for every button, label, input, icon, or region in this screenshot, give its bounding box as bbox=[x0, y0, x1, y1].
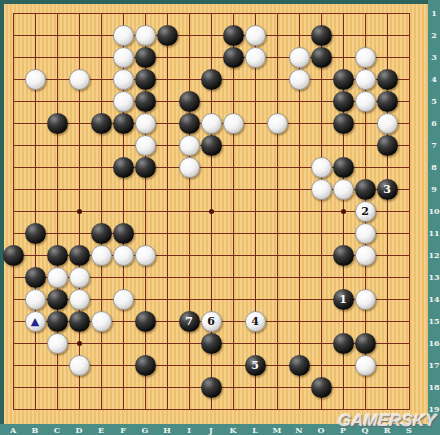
column-label-L: L bbox=[249, 425, 261, 435]
column-label-E: E bbox=[95, 425, 107, 435]
row-label-14: 14 bbox=[428, 294, 440, 304]
column-label-J: J bbox=[205, 425, 217, 435]
stone-D4 bbox=[69, 69, 90, 90]
stone-F11 bbox=[113, 223, 134, 244]
stone-A12 bbox=[3, 245, 24, 266]
stone-C15 bbox=[47, 311, 68, 332]
stone-Q9 bbox=[355, 179, 376, 200]
stone-J4 bbox=[201, 69, 222, 90]
stone-G2 bbox=[135, 25, 156, 46]
stone-L2 bbox=[245, 25, 266, 46]
triangle-marker: ▲ bbox=[31, 311, 39, 332]
stone-J18 bbox=[201, 377, 222, 398]
row-label-13: 13 bbox=[428, 272, 440, 282]
row-label-4: 4 bbox=[428, 74, 440, 84]
stone-J7 bbox=[201, 135, 222, 156]
column-label-M: M bbox=[271, 425, 283, 435]
stone-P14: 1 bbox=[333, 289, 354, 310]
stone-C13 bbox=[47, 267, 68, 288]
stone-P16 bbox=[333, 333, 354, 354]
row-label-8: 8 bbox=[428, 162, 440, 172]
column-label-D: D bbox=[73, 425, 85, 435]
row-label-15: 15 bbox=[428, 316, 440, 326]
stone-Q17 bbox=[355, 355, 376, 376]
go-board[interactable]: 321▲7645 bbox=[0, 0, 428, 424]
stone-E12 bbox=[91, 245, 112, 266]
stone-G5 bbox=[135, 91, 156, 112]
stone-G15 bbox=[135, 311, 156, 332]
stone-F14 bbox=[113, 289, 134, 310]
stone-O8 bbox=[311, 157, 332, 178]
row-label-2: 2 bbox=[428, 30, 440, 40]
stone-F12 bbox=[113, 245, 134, 266]
stone-N4 bbox=[289, 69, 310, 90]
star-point-D10 bbox=[77, 209, 82, 214]
star-point-J10 bbox=[209, 209, 214, 214]
stone-R4 bbox=[377, 69, 398, 90]
row-label-18: 18 bbox=[428, 382, 440, 392]
column-label-B: B bbox=[29, 425, 41, 435]
stone-G4 bbox=[135, 69, 156, 90]
column-label-Q: Q bbox=[359, 425, 371, 435]
row-label-12: 12 bbox=[428, 250, 440, 260]
stone-I8 bbox=[179, 157, 200, 178]
star-point-P10 bbox=[341, 209, 346, 214]
stone-P8 bbox=[333, 157, 354, 178]
row-label-1: 1 bbox=[428, 8, 440, 18]
stone-O9 bbox=[311, 179, 332, 200]
column-label-O: O bbox=[315, 425, 327, 435]
stone-H2 bbox=[157, 25, 178, 46]
stone-B4 bbox=[25, 69, 46, 90]
stone-P4 bbox=[333, 69, 354, 90]
stone-F5 bbox=[113, 91, 134, 112]
stone-J6 bbox=[201, 113, 222, 134]
column-label-I: I bbox=[183, 425, 195, 435]
stone-I6 bbox=[179, 113, 200, 134]
stone-B11 bbox=[25, 223, 46, 244]
stone-O2 bbox=[311, 25, 332, 46]
board-top-edge bbox=[0, 0, 428, 4]
stone-F4 bbox=[113, 69, 134, 90]
stone-G17 bbox=[135, 355, 156, 376]
stone-G6 bbox=[135, 113, 156, 134]
stone-E11 bbox=[91, 223, 112, 244]
stone-P5 bbox=[333, 91, 354, 112]
column-label-A: A bbox=[7, 425, 19, 435]
stone-G8 bbox=[135, 157, 156, 178]
stone-N3 bbox=[289, 47, 310, 68]
board-left-edge bbox=[0, 0, 4, 424]
stone-C16 bbox=[47, 333, 68, 354]
stone-F6 bbox=[113, 113, 134, 134]
stone-L17: 5 bbox=[245, 355, 266, 376]
column-label-C: C bbox=[51, 425, 63, 435]
stone-Q3 bbox=[355, 47, 376, 68]
stone-B15: ▲ bbox=[25, 311, 46, 332]
stone-K3 bbox=[223, 47, 244, 68]
stone-D17 bbox=[69, 355, 90, 376]
stone-Q10: 2 bbox=[355, 201, 376, 222]
stone-I7 bbox=[179, 135, 200, 156]
row-label-6: 6 bbox=[428, 118, 440, 128]
stone-N17 bbox=[289, 355, 310, 376]
stone-Q16 bbox=[355, 333, 376, 354]
stone-Q12 bbox=[355, 245, 376, 266]
stone-F3 bbox=[113, 47, 134, 68]
row-label-3: 3 bbox=[428, 52, 440, 62]
row-label-11: 11 bbox=[428, 228, 440, 238]
row-label-16: 16 bbox=[428, 338, 440, 348]
column-label-S: S bbox=[403, 425, 415, 435]
stone-G12 bbox=[135, 245, 156, 266]
column-label-N: N bbox=[293, 425, 305, 435]
stone-R6 bbox=[377, 113, 398, 134]
stone-J16 bbox=[201, 333, 222, 354]
stone-E6 bbox=[91, 113, 112, 134]
stone-B13 bbox=[25, 267, 46, 288]
stone-O18 bbox=[311, 377, 332, 398]
stone-D15 bbox=[69, 311, 90, 332]
row-label-9: 9 bbox=[428, 184, 440, 194]
column-label-K: K bbox=[227, 425, 239, 435]
stone-D12 bbox=[69, 245, 90, 266]
column-label-P: P bbox=[337, 425, 349, 435]
stone-R7 bbox=[377, 135, 398, 156]
stone-P9 bbox=[333, 179, 354, 200]
stone-L3 bbox=[245, 47, 266, 68]
row-label-7: 7 bbox=[428, 140, 440, 150]
stone-R5 bbox=[377, 91, 398, 112]
stone-Q4 bbox=[355, 69, 376, 90]
stone-C6 bbox=[47, 113, 68, 134]
stone-K2 bbox=[223, 25, 244, 46]
stone-Q11 bbox=[355, 223, 376, 244]
column-label-F: F bbox=[117, 425, 129, 435]
stone-I15: 7 bbox=[179, 311, 200, 332]
row-label-17: 17 bbox=[428, 360, 440, 370]
stone-B14 bbox=[25, 289, 46, 310]
stone-K6 bbox=[223, 113, 244, 134]
stone-D13 bbox=[69, 267, 90, 288]
stone-Q5 bbox=[355, 91, 376, 112]
stone-L15: 4 bbox=[245, 311, 266, 332]
stone-G7 bbox=[135, 135, 156, 156]
column-label-H: H bbox=[161, 425, 173, 435]
stone-G3 bbox=[135, 47, 156, 68]
stone-E15 bbox=[91, 311, 112, 332]
stone-D14 bbox=[69, 289, 90, 310]
column-label-G: G bbox=[139, 425, 151, 435]
stone-R9: 3 bbox=[377, 179, 398, 200]
star-point-D16 bbox=[77, 341, 82, 346]
row-label-10: 10 bbox=[428, 206, 440, 216]
stone-I5 bbox=[179, 91, 200, 112]
row-label-5: 5 bbox=[428, 96, 440, 106]
stone-C12 bbox=[47, 245, 68, 266]
stone-Q14 bbox=[355, 289, 376, 310]
stone-P12 bbox=[333, 245, 354, 266]
go-diagram-screen: 321▲7645 12345678910111213141516171819 A… bbox=[0, 0, 440, 435]
stone-F8 bbox=[113, 157, 134, 178]
stone-C14 bbox=[47, 289, 68, 310]
stone-J15: 6 bbox=[201, 311, 222, 332]
stone-P6 bbox=[333, 113, 354, 134]
stone-F2 bbox=[113, 25, 134, 46]
stone-M6 bbox=[267, 113, 288, 134]
column-label-R: R bbox=[381, 425, 393, 435]
row-label-19: 19 bbox=[428, 404, 440, 414]
stone-O3 bbox=[311, 47, 332, 68]
